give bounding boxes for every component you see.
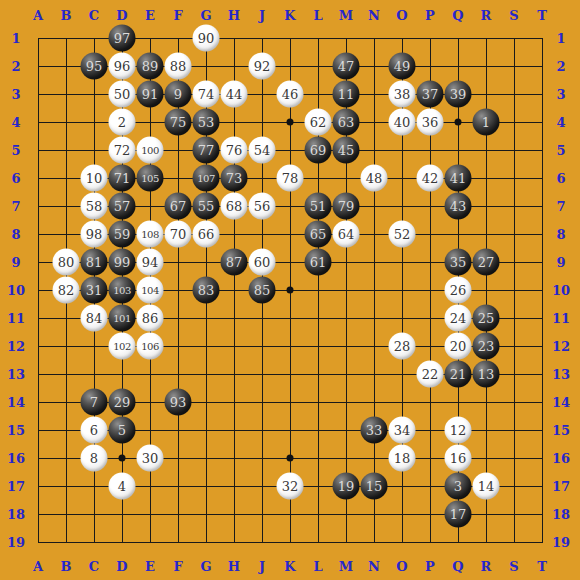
stone-Q15: 12 bbox=[445, 417, 472, 444]
star-point-K16 bbox=[287, 455, 294, 462]
stone-M17: 19 bbox=[333, 473, 360, 500]
coordinate-label-row-right-3: 3 bbox=[556, 88, 565, 101]
stone-Q11: 24 bbox=[445, 305, 472, 332]
stone-G5: 77 bbox=[193, 137, 220, 164]
stone-L7: 51 bbox=[305, 193, 332, 220]
stone-L5: 69 bbox=[305, 137, 332, 164]
coordinate-label-row-left-3: 3 bbox=[11, 88, 20, 101]
stone-K17: 32 bbox=[277, 473, 304, 500]
coordinate-label-col-bottom-K: K bbox=[284, 560, 295, 573]
coordinate-label-col-bottom-B: B bbox=[61, 560, 72, 573]
stone-L4: 62 bbox=[305, 109, 332, 136]
stone-D4: 2 bbox=[109, 109, 136, 136]
coordinate-label-row-left-7: 7 bbox=[11, 200, 20, 213]
coordinate-label-row-right-11: 11 bbox=[552, 312, 570, 325]
stone-R4: 1 bbox=[473, 109, 500, 136]
stone-F14: 93 bbox=[165, 389, 192, 416]
stone-D1: 97 bbox=[109, 25, 136, 52]
stone-R9: 27 bbox=[473, 249, 500, 276]
coordinate-label-col-bottom-R: R bbox=[481, 560, 492, 573]
go-board[interactable]: AABBCCDDEEFFGGHHJJKKLLMMNNOOPPQQRRSSTT11… bbox=[0, 0, 580, 580]
stone-C11: 84 bbox=[81, 305, 108, 332]
stone-E2: 89 bbox=[137, 53, 164, 80]
coordinate-label-col-bottom-G: G bbox=[200, 560, 211, 573]
stone-F7: 67 bbox=[165, 193, 192, 220]
stone-E16: 30 bbox=[137, 445, 164, 472]
stone-R17: 14 bbox=[473, 473, 500, 500]
stone-G10: 83 bbox=[193, 277, 220, 304]
coordinate-label-row-right-5: 5 bbox=[556, 144, 565, 157]
stone-Q7: 43 bbox=[445, 193, 472, 220]
coordinate-label-col-top-T: T bbox=[537, 9, 547, 22]
stone-D9: 99 bbox=[109, 249, 136, 276]
coordinate-label-col-bottom-O: O bbox=[396, 560, 407, 573]
coordinate-label-row-right-10: 10 bbox=[552, 284, 570, 297]
coordinate-label-row-right-16: 16 bbox=[552, 452, 570, 465]
stone-O12: 28 bbox=[389, 333, 416, 360]
coordinate-label-col-top-D: D bbox=[116, 9, 127, 22]
stone-J2: 92 bbox=[249, 53, 276, 80]
coordinate-label-row-left-8: 8 bbox=[11, 228, 20, 241]
coordinate-label-col-bottom-M: M bbox=[339, 560, 353, 573]
stone-E3: 91 bbox=[137, 81, 164, 108]
stone-J10: 85 bbox=[249, 277, 276, 304]
stone-G3: 74 bbox=[193, 81, 220, 108]
stone-N17: 15 bbox=[361, 473, 388, 500]
coordinate-label-row-left-4: 4 bbox=[11, 116, 20, 129]
coordinate-label-row-right-19: 19 bbox=[552, 536, 570, 549]
stone-C10: 31 bbox=[81, 277, 108, 304]
coordinate-label-col-top-C: C bbox=[89, 9, 99, 22]
stone-O15: 34 bbox=[389, 417, 416, 444]
stone-Q16: 16 bbox=[445, 445, 472, 472]
coordinate-label-row-left-17: 17 bbox=[7, 480, 25, 493]
stone-J5: 54 bbox=[249, 137, 276, 164]
stone-D14: 29 bbox=[109, 389, 136, 416]
stone-C2: 95 bbox=[81, 53, 108, 80]
stone-B9: 80 bbox=[53, 249, 80, 276]
coordinate-label-row-left-15: 15 bbox=[7, 424, 25, 437]
coordinate-label-row-right-6: 6 bbox=[556, 172, 565, 185]
coordinate-label-row-right-4: 4 bbox=[556, 116, 565, 129]
coordinate-label-col-bottom-N: N bbox=[368, 560, 380, 573]
coordinate-label-col-top-R: R bbox=[481, 9, 492, 22]
coordinate-label-col-top-J: J bbox=[259, 9, 265, 22]
stone-M7: 79 bbox=[333, 193, 360, 220]
coordinate-label-row-right-14: 14 bbox=[552, 396, 570, 409]
coordinate-label-col-top-L: L bbox=[313, 9, 322, 22]
coordinate-label-row-right-18: 18 bbox=[552, 508, 570, 521]
coordinate-label-row-left-10: 10 bbox=[7, 284, 25, 297]
stone-H5: 76 bbox=[221, 137, 248, 164]
stone-O4: 40 bbox=[389, 109, 416, 136]
coordinate-label-col-bottom-A: A bbox=[33, 560, 43, 573]
stone-D8: 59 bbox=[109, 221, 136, 248]
coordinate-label-row-right-15: 15 bbox=[552, 424, 570, 437]
coordinate-label-col-bottom-J: J bbox=[259, 560, 265, 573]
stone-E11: 86 bbox=[137, 305, 164, 332]
coordinate-label-col-top-M: M bbox=[339, 9, 353, 22]
stone-E8: 108 bbox=[137, 221, 164, 248]
coordinate-label-col-bottom-L: L bbox=[313, 560, 322, 573]
coordinate-label-row-left-16: 16 bbox=[7, 452, 25, 465]
coordinate-label-col-top-S: S bbox=[509, 9, 518, 22]
coordinate-label-col-bottom-C: C bbox=[89, 560, 99, 573]
coordinate-label-row-left-12: 12 bbox=[7, 340, 25, 353]
stone-O16: 18 bbox=[389, 445, 416, 472]
stone-H9: 87 bbox=[221, 249, 248, 276]
coordinate-label-row-left-11: 11 bbox=[7, 312, 25, 325]
stone-P4: 36 bbox=[417, 109, 444, 136]
coordinate-label-col-top-Q: Q bbox=[452, 9, 463, 22]
stone-P3: 37 bbox=[417, 81, 444, 108]
stone-Q9: 35 bbox=[445, 249, 472, 276]
stone-P13: 22 bbox=[417, 361, 444, 388]
stone-C7: 58 bbox=[81, 193, 108, 220]
coordinate-label-col-top-P: P bbox=[425, 9, 435, 22]
stone-E12: 106 bbox=[137, 333, 164, 360]
star-point-K4 bbox=[287, 119, 294, 126]
stone-D15: 5 bbox=[109, 417, 136, 444]
stone-C15: 6 bbox=[81, 417, 108, 444]
stone-G8: 66 bbox=[193, 221, 220, 248]
coordinate-label-row-left-6: 6 bbox=[11, 172, 20, 185]
stone-Q6: 41 bbox=[445, 165, 472, 192]
stone-M5: 45 bbox=[333, 137, 360, 164]
star-point-Q4 bbox=[455, 119, 462, 126]
stone-O3: 38 bbox=[389, 81, 416, 108]
stone-C14: 7 bbox=[81, 389, 108, 416]
stone-M3: 11 bbox=[333, 81, 360, 108]
stone-Q18: 17 bbox=[445, 501, 472, 528]
stone-R13: 13 bbox=[473, 361, 500, 388]
stone-C6: 10 bbox=[81, 165, 108, 192]
coordinate-label-col-top-F: F bbox=[173, 9, 182, 22]
stone-M2: 47 bbox=[333, 53, 360, 80]
stone-D7: 57 bbox=[109, 193, 136, 220]
stone-D11: 101 bbox=[109, 305, 136, 332]
stone-Q13: 21 bbox=[445, 361, 472, 388]
stone-N6: 48 bbox=[361, 165, 388, 192]
stone-Q3: 39 bbox=[445, 81, 472, 108]
coordinate-label-row-right-12: 12 bbox=[552, 340, 570, 353]
star-point-K10 bbox=[287, 287, 294, 294]
stone-H3: 44 bbox=[221, 81, 248, 108]
stone-G4: 53 bbox=[193, 109, 220, 136]
coordinate-label-col-bottom-S: S bbox=[509, 560, 518, 573]
stone-D17: 4 bbox=[109, 473, 136, 500]
coordinate-label-row-right-9: 9 bbox=[556, 256, 565, 269]
stone-L9: 61 bbox=[305, 249, 332, 276]
coordinate-label-col-bottom-F: F bbox=[173, 560, 182, 573]
coordinate-label-col-bottom-Q: Q bbox=[452, 560, 463, 573]
stone-E9: 94 bbox=[137, 249, 164, 276]
stone-R12: 23 bbox=[473, 333, 500, 360]
coordinate-label-col-top-E: E bbox=[145, 9, 155, 22]
stone-F2: 88 bbox=[165, 53, 192, 80]
coordinate-label-col-top-N: N bbox=[368, 9, 380, 22]
coordinate-label-row-right-13: 13 bbox=[552, 368, 570, 381]
stone-H7: 68 bbox=[221, 193, 248, 220]
coordinate-label-row-right-2: 2 bbox=[556, 60, 565, 73]
stone-E6: 105 bbox=[137, 165, 164, 192]
coordinate-label-row-left-2: 2 bbox=[11, 60, 20, 73]
stone-O2: 49 bbox=[389, 53, 416, 80]
stone-D3: 50 bbox=[109, 81, 136, 108]
coordinate-label-col-top-K: K bbox=[284, 9, 295, 22]
coordinate-label-col-top-B: B bbox=[61, 9, 72, 22]
stone-E5: 100 bbox=[137, 137, 164, 164]
stone-N15: 33 bbox=[361, 417, 388, 444]
coordinate-label-row-right-7: 7 bbox=[556, 200, 565, 213]
coordinate-label-col-top-H: H bbox=[228, 9, 240, 22]
coordinate-label-row-right-1: 1 bbox=[556, 32, 565, 45]
stone-F8: 70 bbox=[165, 221, 192, 248]
stone-F3: 9 bbox=[165, 81, 192, 108]
coordinate-label-row-right-17: 17 bbox=[552, 480, 570, 493]
coordinate-label-row-left-1: 1 bbox=[11, 32, 20, 45]
stone-C8: 98 bbox=[81, 221, 108, 248]
stone-D6: 71 bbox=[109, 165, 136, 192]
coordinate-label-col-bottom-H: H bbox=[228, 560, 240, 573]
stone-C9: 81 bbox=[81, 249, 108, 276]
stone-C16: 8 bbox=[81, 445, 108, 472]
stone-O8: 52 bbox=[389, 221, 416, 248]
stone-H6: 73 bbox=[221, 165, 248, 192]
stone-F4: 75 bbox=[165, 109, 192, 136]
coordinate-label-row-left-5: 5 bbox=[11, 144, 20, 157]
stone-M4: 63 bbox=[333, 109, 360, 136]
stone-G6: 107 bbox=[193, 165, 220, 192]
stone-K6: 78 bbox=[277, 165, 304, 192]
stone-R11: 25 bbox=[473, 305, 500, 332]
stone-K3: 46 bbox=[277, 81, 304, 108]
coordinate-label-col-top-O: O bbox=[396, 9, 407, 22]
stone-E10: 104 bbox=[137, 277, 164, 304]
stone-J9: 60 bbox=[249, 249, 276, 276]
stone-B10: 82 bbox=[53, 277, 80, 304]
coordinate-label-row-left-13: 13 bbox=[7, 368, 25, 381]
stone-Q17: 3 bbox=[445, 473, 472, 500]
stone-D12: 102 bbox=[109, 333, 136, 360]
coordinate-label-row-left-18: 18 bbox=[7, 508, 25, 521]
stone-P6: 42 bbox=[417, 165, 444, 192]
coordinate-label-row-left-19: 19 bbox=[7, 536, 25, 549]
stone-M8: 64 bbox=[333, 221, 360, 248]
coordinate-label-col-bottom-T: T bbox=[537, 560, 547, 573]
stone-J7: 56 bbox=[249, 193, 276, 220]
coordinate-label-col-top-G: G bbox=[200, 9, 211, 22]
coordinate-label-row-left-14: 14 bbox=[7, 396, 25, 409]
stone-G1: 90 bbox=[193, 25, 220, 52]
stone-G7: 55 bbox=[193, 193, 220, 220]
stone-D5: 72 bbox=[109, 137, 136, 164]
stone-Q12: 20 bbox=[445, 333, 472, 360]
stone-L8: 65 bbox=[305, 221, 332, 248]
stone-D10: 103 bbox=[109, 277, 136, 304]
stone-Q10: 26 bbox=[445, 277, 472, 304]
coordinate-label-row-left-9: 9 bbox=[11, 256, 20, 269]
star-point-D16 bbox=[119, 455, 126, 462]
coordinate-label-row-right-8: 8 bbox=[556, 228, 565, 241]
coordinate-label-col-bottom-D: D bbox=[116, 560, 127, 573]
stone-D2: 96 bbox=[109, 53, 136, 80]
coordinate-label-col-bottom-P: P bbox=[425, 560, 435, 573]
coordinate-label-col-top-A: A bbox=[33, 9, 43, 22]
coordinate-label-col-bottom-E: E bbox=[145, 560, 155, 573]
